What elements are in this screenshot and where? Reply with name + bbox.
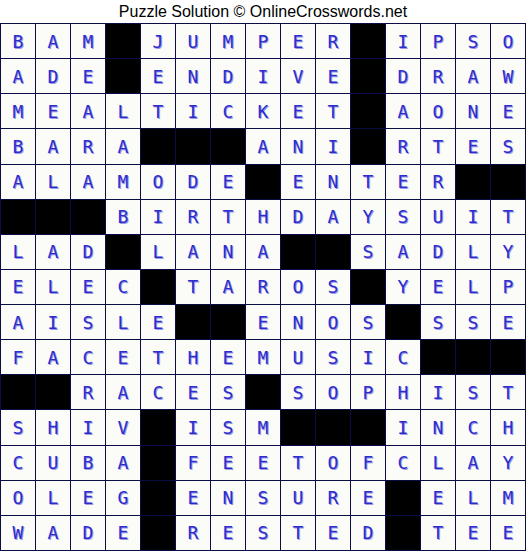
cell-r5c9: E [281, 165, 315, 199]
cell-r1c14: S [456, 24, 490, 58]
cell-r12c7: S [211, 410, 245, 444]
block-cell-r7c10 [316, 235, 350, 269]
cell-r11c15: T [491, 375, 525, 409]
block-cell-r2c11 [351, 59, 385, 93]
cell-r9c1: A [1, 305, 35, 339]
cell-r11c14: S [456, 375, 490, 409]
cell-r2c15: W [491, 59, 525, 93]
crossword-grid: BAMJUMPERIPSOADEENDIVEDRAWMEALTICKETAONE… [0, 23, 526, 551]
cell-r3c4: L [106, 94, 140, 128]
cell-r12c4: V [106, 410, 140, 444]
cell-r9c10: O [316, 305, 350, 339]
cell-r12c3: I [71, 410, 105, 444]
block-cell-r9c7 [211, 305, 245, 339]
block-cell-r13c5 [141, 446, 175, 480]
cell-r5c1: A [1, 165, 35, 199]
cell-r14c14: L [456, 481, 490, 515]
block-cell-r10c15 [491, 340, 525, 374]
cell-r15c10: E [316, 516, 350, 550]
cell-r6c5: I [141, 200, 175, 234]
block-cell-r8c5 [141, 270, 175, 304]
block-cell-r5c14 [456, 165, 490, 199]
cell-r3c6: I [176, 94, 210, 128]
cell-r10c9: U [281, 340, 315, 374]
block-cell-r11c2 [36, 375, 70, 409]
cell-r12c14: C [456, 410, 490, 444]
cell-r14c11: E [351, 481, 385, 515]
cell-r1c3: M [71, 24, 105, 58]
cell-r5c6: D [176, 165, 210, 199]
block-cell-r14c12 [386, 481, 420, 515]
cell-r14c10: R [316, 481, 350, 515]
cell-r2c9: V [281, 59, 315, 93]
cell-r2c14: A [456, 59, 490, 93]
cell-r5c12: E [386, 165, 420, 199]
cell-r15c15: E [491, 516, 525, 550]
cell-r11c13: I [421, 375, 455, 409]
cell-r14c15: M [491, 481, 525, 515]
cell-r4c8: A [246, 129, 280, 163]
cell-r14c8: S [246, 481, 280, 515]
cell-r9c8: E [246, 305, 280, 339]
cell-r4c9: N [281, 129, 315, 163]
cell-r1c8: P [246, 24, 280, 58]
cell-r13c14: A [456, 446, 490, 480]
cell-r6c10: A [316, 200, 350, 234]
cell-r3c12: A [386, 94, 420, 128]
cell-r10c7: E [211, 340, 245, 374]
cell-r4c4: A [106, 129, 140, 163]
block-cell-r1c4 [106, 24, 140, 58]
cell-r11c11: P [351, 375, 385, 409]
cell-r13c11: F [351, 446, 385, 480]
cell-r5c3: A [71, 165, 105, 199]
cell-r9c3: S [71, 305, 105, 339]
cell-r6c14: I [456, 200, 490, 234]
cell-r11c12: H [386, 375, 420, 409]
cell-r15c7: E [211, 516, 245, 550]
block-cell-r5c15 [491, 165, 525, 199]
cell-r14c9: U [281, 481, 315, 515]
cell-r3c1: M [1, 94, 35, 128]
cell-r11c6: E [176, 375, 210, 409]
block-cell-r1c11 [351, 24, 385, 58]
cell-r12c13: N [421, 410, 455, 444]
cell-r2c10: E [316, 59, 350, 93]
cell-r8c13: E [421, 270, 455, 304]
cell-r8c1: E [1, 270, 35, 304]
cell-r7c6: A [176, 235, 210, 269]
cell-r9c13: S [421, 305, 455, 339]
cell-r10c2: A [36, 340, 70, 374]
cell-r7c7: N [211, 235, 245, 269]
cell-r15c14: E [456, 516, 490, 550]
cell-r4c10: I [316, 129, 350, 163]
cell-r10c6: H [176, 340, 210, 374]
block-cell-r11c8 [246, 375, 280, 409]
cell-r15c2: A [36, 516, 70, 550]
cell-r9c11: S [351, 305, 385, 339]
cell-r7c3: D [71, 235, 105, 269]
cell-r13c2: U [36, 446, 70, 480]
block-cell-r12c9 [281, 410, 315, 444]
cell-r7c8: A [246, 235, 280, 269]
cell-r10c8: M [246, 340, 280, 374]
cell-r9c15: E [491, 305, 525, 339]
crossword-solution-page: Puzzle Solution © OnlineCrosswords.net B… [0, 0, 526, 551]
cell-r13c6: F [176, 446, 210, 480]
cell-r2c3: E [71, 59, 105, 93]
cell-r13c8: E [246, 446, 280, 480]
cell-r5c7: E [211, 165, 245, 199]
block-cell-r10c13 [421, 340, 455, 374]
cell-r14c4: G [106, 481, 140, 515]
cell-r13c15: Y [491, 446, 525, 480]
cell-r3c15: E [491, 94, 525, 128]
cell-r3c10: T [316, 94, 350, 128]
block-cell-r10c14 [456, 340, 490, 374]
cell-r1c13: P [421, 24, 455, 58]
cell-r3c3: A [71, 94, 105, 128]
cell-r9c5: E [141, 305, 175, 339]
cell-r1c2: A [36, 24, 70, 58]
cell-r6c6: R [176, 200, 210, 234]
cell-r15c6: R [176, 516, 210, 550]
cell-r10c10: S [316, 340, 350, 374]
cell-r1c15: O [491, 24, 525, 58]
cell-r12c6: I [176, 410, 210, 444]
cell-r15c8: S [246, 516, 280, 550]
cell-r2c2: D [36, 59, 70, 93]
cell-r12c2: H [36, 410, 70, 444]
cell-r4c15: S [491, 129, 525, 163]
cell-r7c13: D [421, 235, 455, 269]
cell-r11c3: R [71, 375, 105, 409]
block-cell-r15c5 [141, 516, 175, 550]
cell-r14c13: E [421, 481, 455, 515]
block-cell-r12c10 [316, 410, 350, 444]
cell-r8c7: A [211, 270, 245, 304]
cell-r12c15: H [491, 410, 525, 444]
cell-r4c2: A [36, 129, 70, 163]
block-cell-r4c7 [211, 129, 245, 163]
cell-r8c4: C [106, 270, 140, 304]
cell-r8c14: L [456, 270, 490, 304]
cell-r6c15: T [491, 200, 525, 234]
cell-r3c7: C [211, 94, 245, 128]
cell-r2c13: R [421, 59, 455, 93]
block-cell-r11c1 [1, 375, 35, 409]
cell-r1c7: M [211, 24, 245, 58]
block-cell-r4c11 [351, 129, 385, 163]
cell-r10c12: C [386, 340, 420, 374]
block-cell-r15c12 [386, 516, 420, 550]
block-cell-r9c12 [386, 305, 420, 339]
cell-r5c13: R [421, 165, 455, 199]
cell-r11c4: A [106, 375, 140, 409]
block-cell-r4c6 [176, 129, 210, 163]
cell-r6c12: S [386, 200, 420, 234]
cell-r6c8: H [246, 200, 280, 234]
cell-r8c10: S [316, 270, 350, 304]
cell-r13c1: C [1, 446, 35, 480]
block-cell-r9c6 [176, 305, 210, 339]
cell-r8c6: T [176, 270, 210, 304]
cell-r11c7: S [211, 375, 245, 409]
cell-r5c5: O [141, 165, 175, 199]
block-cell-r5c8 [246, 165, 280, 199]
cell-r13c4: A [106, 446, 140, 480]
cell-r14c7: N [211, 481, 245, 515]
block-cell-r12c11 [351, 410, 385, 444]
cell-r15c1: W [1, 516, 35, 550]
cell-r7c5: L [141, 235, 175, 269]
block-cell-r4c5 [141, 129, 175, 163]
cell-r7c1: L [1, 235, 35, 269]
cell-r7c2: A [36, 235, 70, 269]
cell-r2c12: D [386, 59, 420, 93]
cell-r13c7: E [211, 446, 245, 480]
cell-r3c13: O [421, 94, 455, 128]
cell-r3c9: E [281, 94, 315, 128]
cell-r4c13: T [421, 129, 455, 163]
cell-r6c13: U [421, 200, 455, 234]
cell-r10c5: T [141, 340, 175, 374]
block-cell-r6c1 [1, 200, 35, 234]
cell-r5c10: N [316, 165, 350, 199]
cell-r15c13: T [421, 516, 455, 550]
cell-r4c12: R [386, 129, 420, 163]
cell-r11c9: S [281, 375, 315, 409]
cell-r3c5: T [141, 94, 175, 128]
cell-r13c10: O [316, 446, 350, 480]
cell-r7c12: A [386, 235, 420, 269]
cell-r8c8: R [246, 270, 280, 304]
cell-r1c12: I [386, 24, 420, 58]
cell-r13c3: B [71, 446, 105, 480]
block-cell-r12c5 [141, 410, 175, 444]
cell-r12c1: S [1, 410, 35, 444]
cell-r9c9: N [281, 305, 315, 339]
cell-r8c12: Y [386, 270, 420, 304]
cell-r6c9: D [281, 200, 315, 234]
cell-r2c1: A [1, 59, 35, 93]
cell-r6c7: T [211, 200, 245, 234]
cell-r4c14: E [456, 129, 490, 163]
cell-r13c13: L [421, 446, 455, 480]
block-cell-r8c11 [351, 270, 385, 304]
cell-r10c3: C [71, 340, 105, 374]
cell-r3c14: N [456, 94, 490, 128]
cell-r6c11: Y [351, 200, 385, 234]
cell-r4c1: B [1, 129, 35, 163]
cell-r14c1: O [1, 481, 35, 515]
cell-r2c7: D [211, 59, 245, 93]
cell-r3c8: K [246, 94, 280, 128]
cell-r8c9: O [281, 270, 315, 304]
cell-r5c4: M [106, 165, 140, 199]
cell-r12c8: M [246, 410, 280, 444]
cell-r10c4: E [106, 340, 140, 374]
cell-r9c2: I [36, 305, 70, 339]
cell-r6c4: B [106, 200, 140, 234]
cell-r10c1: F [1, 340, 35, 374]
cell-r7c15: Y [491, 235, 525, 269]
cell-r8c2: L [36, 270, 70, 304]
block-cell-r7c9 [281, 235, 315, 269]
cell-r15c3: D [71, 516, 105, 550]
block-cell-r7c4 [106, 235, 140, 269]
cell-r7c14: L [456, 235, 490, 269]
cell-r12c12: I [386, 410, 420, 444]
cell-r8c3: E [71, 270, 105, 304]
cell-r4c3: R [71, 129, 105, 163]
cell-r1c9: E [281, 24, 315, 58]
block-cell-r2c4 [106, 59, 140, 93]
cell-r11c10: O [316, 375, 350, 409]
cell-r14c2: L [36, 481, 70, 515]
block-cell-r6c2 [36, 200, 70, 234]
cell-r2c6: N [176, 59, 210, 93]
cell-r13c12: C [386, 446, 420, 480]
cell-r9c14: S [456, 305, 490, 339]
cell-r14c6: E [176, 481, 210, 515]
page-header: Puzzle Solution © OnlineCrosswords.net [0, 0, 526, 23]
cell-r7c11: S [351, 235, 385, 269]
cell-r1c10: R [316, 24, 350, 58]
cell-r3c2: E [36, 94, 70, 128]
cell-r11c5: C [141, 375, 175, 409]
cell-r14c3: E [71, 481, 105, 515]
block-cell-r14c5 [141, 481, 175, 515]
cell-r15c4: E [106, 516, 140, 550]
cell-r15c9: T [281, 516, 315, 550]
cell-r5c2: L [36, 165, 70, 199]
cell-r15c11: D [351, 516, 385, 550]
block-cell-r6c3 [71, 200, 105, 234]
cell-r2c5: E [141, 59, 175, 93]
cell-r1c5: J [141, 24, 175, 58]
cell-r5c11: T [351, 165, 385, 199]
cell-r10c11: I [351, 340, 385, 374]
cell-r13c9: T [281, 446, 315, 480]
cell-r1c1: B [1, 24, 35, 58]
cell-r1c6: U [176, 24, 210, 58]
cell-r2c8: I [246, 59, 280, 93]
cell-r9c4: L [106, 305, 140, 339]
block-cell-r3c11 [351, 94, 385, 128]
cell-r8c15: P [491, 270, 525, 304]
page-title: Puzzle Solution © OnlineCrosswords.net [119, 3, 407, 21]
